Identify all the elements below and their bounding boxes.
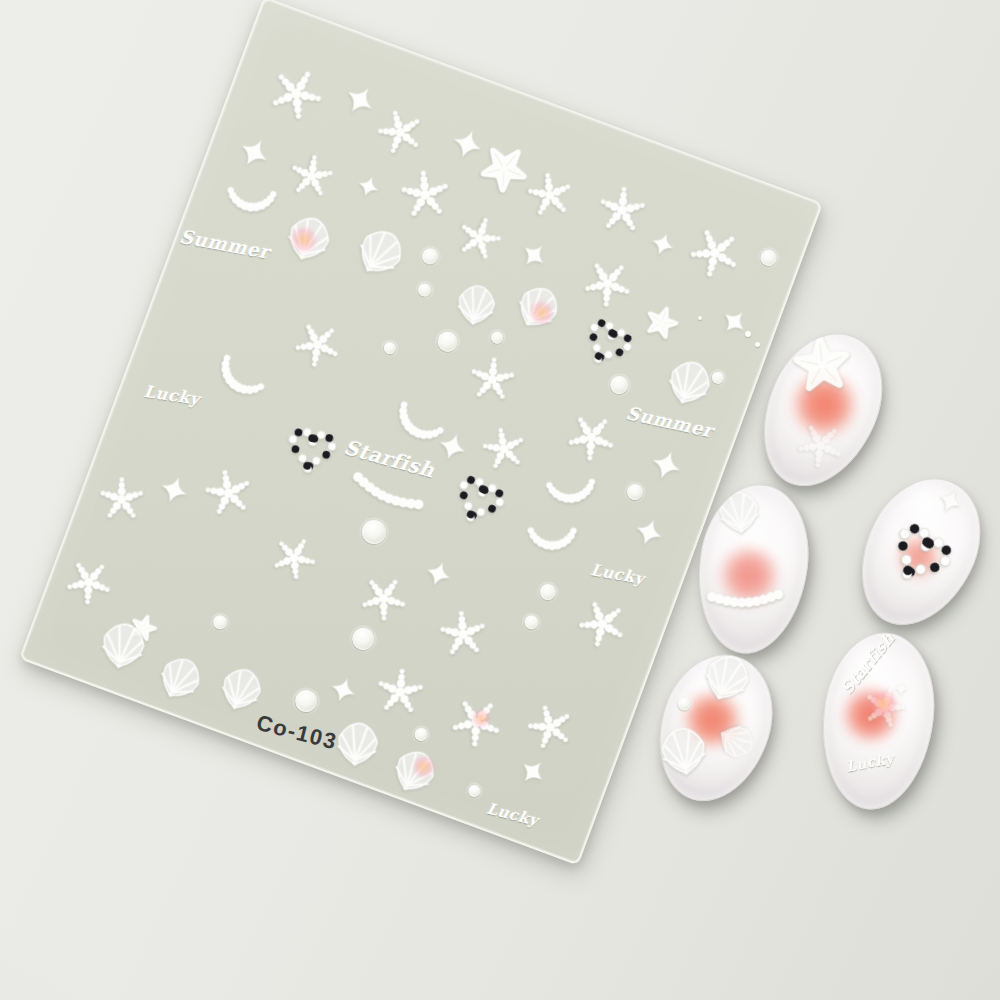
nail-decor-sparkle [894,681,910,697]
sticker-word-lucky: Lucky [485,799,540,829]
sticker-shell [346,217,416,287]
sticker-sparkle [234,132,275,173]
sticker-bstar [680,218,750,288]
sticker-bstar [285,312,350,377]
sticker-arc [525,516,579,570]
sticker-shell [149,646,212,709]
sticker-pearl [292,687,320,715]
sticker-sparkle [647,229,678,260]
sticker-shell [659,351,721,413]
background-speck [698,316,702,320]
product-photo-scene: Co-103 SummerSummerLuckyStarfishLuckyLuc… [0,0,1000,1000]
sticker-arc [196,343,275,422]
sticker-bstar [286,151,337,202]
sticker-pearl [538,582,559,603]
nail-decor-shell [713,485,764,536]
sticker-bstar [352,566,416,630]
sticker-bstar [201,465,256,520]
sticker-bstar [479,423,530,474]
sticker-heart [442,466,514,538]
sticker-word-lucky: Lucky [143,382,201,409]
nail-decor-shell [654,721,712,779]
nail-tip-5: StarfishLucky [813,626,944,816]
sticker-shell [330,716,384,770]
sticker-pearl [349,625,377,653]
sticker-bstar [522,699,578,755]
sticker-sparkle [354,172,382,200]
sticker-sstar [641,302,682,343]
sticker-pearl [467,783,482,798]
nail-decor-line [706,561,785,640]
sticker-pearl [382,340,397,355]
sticker-pearl [413,725,430,742]
sticker-arc [221,176,280,235]
sticker-pearl [420,246,441,267]
sticker-sparkle [327,673,360,706]
sticker-pearl [758,248,779,269]
sticker-sparkle [647,446,686,485]
sticker-sparkle [422,557,455,590]
sticker-bstar [467,355,517,405]
sticker-sparkle [516,237,553,274]
sticker-pearl [416,281,433,298]
nail-decor-sstar [791,334,853,396]
nail-tip-3 [838,459,1000,645]
sticker-bstar [264,528,324,588]
sticker-bstar [437,608,489,660]
sticker-heart [571,309,642,380]
sticker-bstar [372,104,428,160]
sticker-bstar [557,404,625,472]
sticker-bstar [569,590,637,658]
sticker-bstar [574,250,642,318]
sticker-sparkle [448,125,487,164]
sticker-sparkle [631,514,667,550]
nail-decor-word-lucky: Lucky [844,750,894,775]
sticker-heart [279,421,342,484]
sticker-sparkle [514,754,551,791]
background-speck [755,342,760,347]
sticker-pearl [489,330,504,345]
product-code-label: Co-103 [254,710,340,756]
sticker-bstar [374,666,426,718]
sticker-pearl [435,329,461,355]
sticker-bstar [457,216,501,260]
background-speck [745,331,751,337]
sticker-sparkle [156,472,192,508]
nail-tip-4 [640,640,789,816]
sticker-shell [94,615,154,675]
sticker-shell [451,279,502,330]
sticker-pearl [523,613,541,631]
sticker-bstar [398,168,452,222]
sticker-word-lucky: Lucky [589,560,646,588]
sticker-bstar [99,476,145,522]
sticker-bstar [596,184,648,236]
nail-decor-heart [873,511,965,603]
sticker-bstar [261,58,332,129]
sticker-pearl [625,482,646,503]
sticker-pearl [211,613,229,631]
sticker-bstar [57,550,122,615]
